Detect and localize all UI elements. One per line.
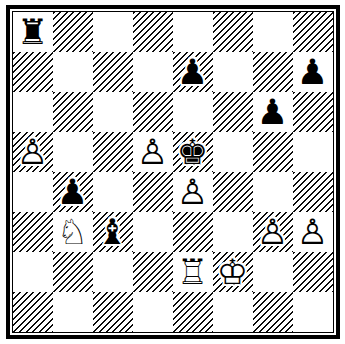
square-h7[interactable]: ♟ <box>293 52 333 92</box>
square-f4[interactable] <box>213 172 253 212</box>
square-f5[interactable] <box>213 132 253 172</box>
black-king-glyph: ♚ <box>173 132 213 172</box>
white-pawn: ♟♙ <box>253 212 293 252</box>
square-e4[interactable]: ♟♙ <box>173 172 213 212</box>
square-g1[interactable] <box>253 292 293 332</box>
white-king-outline: ♔ <box>213 252 253 292</box>
square-a2[interactable] <box>13 252 53 292</box>
chess-diagram: ♜♟♟♟♟♙♟♙♚♟♟♙♞♘♝♟♙♟♙♜♖♚♔ <box>0 0 345 344</box>
white-pawn-outline: ♙ <box>253 212 293 252</box>
square-b7[interactable] <box>53 52 93 92</box>
square-g2[interactable] <box>253 252 293 292</box>
square-h3[interactable]: ♟♙ <box>293 212 333 252</box>
black-bishop: ♝ <box>93 212 133 252</box>
black-pawn: ♟ <box>173 52 213 92</box>
white-pawn: ♟♙ <box>133 132 173 172</box>
square-c3[interactable]: ♝ <box>93 212 133 252</box>
white-pawn-outline: ♙ <box>133 132 173 172</box>
square-a5[interactable]: ♟♙ <box>13 132 53 172</box>
white-rook: ♜♖ <box>173 252 213 292</box>
white-knight: ♞♘ <box>53 212 93 252</box>
white-pawn-outline: ♙ <box>173 172 213 212</box>
square-h8[interactable] <box>293 12 333 52</box>
black-pawn-glyph: ♟ <box>253 92 293 132</box>
square-e2[interactable]: ♜♖ <box>173 252 213 292</box>
black-pawn-glyph: ♟ <box>173 52 213 92</box>
square-h4[interactable] <box>293 172 333 212</box>
square-e8[interactable] <box>173 12 213 52</box>
square-g3[interactable]: ♟♙ <box>253 212 293 252</box>
square-d2[interactable] <box>133 252 173 292</box>
square-f2[interactable]: ♚♔ <box>213 252 253 292</box>
square-g4[interactable] <box>253 172 293 212</box>
black-pawn-glyph: ♟ <box>293 52 333 92</box>
white-pawn: ♟♙ <box>293 212 333 252</box>
square-c8[interactable] <box>93 12 133 52</box>
white-pawn: ♟♙ <box>173 172 213 212</box>
square-h5[interactable] <box>293 132 333 172</box>
black-bishop-glyph: ♝ <box>93 212 133 252</box>
square-c1[interactable] <box>93 292 133 332</box>
black-rook: ♜ <box>13 12 53 52</box>
square-g6[interactable]: ♟ <box>253 92 293 132</box>
square-a6[interactable] <box>13 92 53 132</box>
square-c7[interactable] <box>93 52 133 92</box>
square-e7[interactable]: ♟ <box>173 52 213 92</box>
square-a7[interactable] <box>13 52 53 92</box>
square-d5[interactable]: ♟♙ <box>133 132 173 172</box>
square-g8[interactable] <box>253 12 293 52</box>
board-inner-border: ♜♟♟♟♟♙♟♙♚♟♟♙♞♘♝♟♙♟♙♜♖♚♔ <box>12 11 334 333</box>
square-b6[interactable] <box>53 92 93 132</box>
square-d3[interactable] <box>133 212 173 252</box>
square-f3[interactable] <box>213 212 253 252</box>
white-king: ♚♔ <box>213 252 253 292</box>
white-pawn: ♟♙ <box>13 132 53 172</box>
square-f1[interactable] <box>213 292 253 332</box>
black-king: ♚ <box>173 132 213 172</box>
square-h2[interactable] <box>293 252 333 292</box>
square-c2[interactable] <box>93 252 133 292</box>
square-d8[interactable] <box>133 12 173 52</box>
square-d7[interactable] <box>133 52 173 92</box>
square-f8[interactable] <box>213 12 253 52</box>
white-rook-outline: ♖ <box>173 252 213 292</box>
square-g5[interactable] <box>253 132 293 172</box>
square-d6[interactable] <box>133 92 173 132</box>
square-b3[interactable]: ♞♘ <box>53 212 93 252</box>
square-b2[interactable] <box>53 252 93 292</box>
square-c4[interactable] <box>93 172 133 212</box>
square-h1[interactable] <box>293 292 333 332</box>
white-pawn-outline: ♙ <box>13 132 53 172</box>
square-b8[interactable] <box>53 12 93 52</box>
square-d4[interactable] <box>133 172 173 212</box>
square-f6[interactable] <box>213 92 253 132</box>
black-rook-glyph: ♜ <box>13 12 53 52</box>
square-f7[interactable] <box>213 52 253 92</box>
square-e5[interactable]: ♚ <box>173 132 213 172</box>
square-b1[interactable] <box>53 292 93 332</box>
chess-board: ♜♟♟♟♟♙♟♙♚♟♟♙♞♘♝♟♙♟♙♜♖♚♔ <box>13 12 333 332</box>
black-pawn: ♟ <box>53 172 93 212</box>
white-pawn-outline: ♙ <box>293 212 333 252</box>
square-b4[interactable]: ♟ <box>53 172 93 212</box>
board-frame: ♜♟♟♟♟♙♟♙♚♟♟♙♞♘♝♟♙♟♙♜♖♚♔ <box>6 5 340 339</box>
square-e1[interactable] <box>173 292 213 332</box>
square-a1[interactable] <box>13 292 53 332</box>
square-g7[interactable] <box>253 52 293 92</box>
square-b5[interactable] <box>53 132 93 172</box>
square-a4[interactable] <box>13 172 53 212</box>
square-e3[interactable] <box>173 212 213 252</box>
square-e6[interactable] <box>173 92 213 132</box>
square-a3[interactable] <box>13 212 53 252</box>
square-d1[interactable] <box>133 292 173 332</box>
white-knight-outline: ♘ <box>53 212 93 252</box>
square-a8[interactable]: ♜ <box>13 12 53 52</box>
square-h6[interactable] <box>293 92 333 132</box>
black-pawn: ♟ <box>293 52 333 92</box>
black-pawn-glyph: ♟ <box>53 172 93 212</box>
black-pawn: ♟ <box>253 92 293 132</box>
square-c6[interactable] <box>93 92 133 132</box>
square-c5[interactable] <box>93 132 133 172</box>
